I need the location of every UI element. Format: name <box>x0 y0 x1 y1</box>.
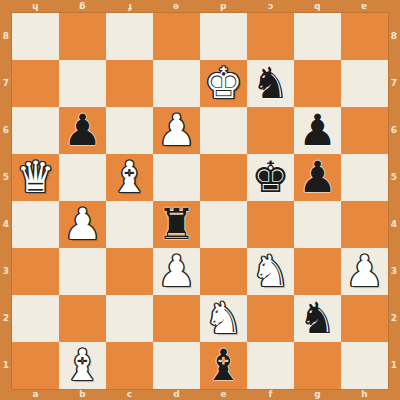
square-e2[interactable]: ♞ <box>200 295 247 342</box>
top-coord-label-c: c <box>247 0 294 13</box>
bottom-coord-label-d: d <box>153 389 200 400</box>
square-d3[interactable]: ♟ <box>153 248 200 295</box>
white-pawn[interactable]: ♟ <box>153 107 200 154</box>
square-b5[interactable] <box>59 154 106 201</box>
bottom-coord-label-g: g <box>294 389 341 400</box>
square-e6[interactable] <box>200 107 247 154</box>
white-knight[interactable]: ♞ <box>247 248 294 295</box>
right-coord-label-5: 5 <box>388 154 400 201</box>
square-d1[interactable] <box>153 342 200 389</box>
square-h4[interactable] <box>341 201 388 248</box>
white-pawn[interactable]: ♟ <box>59 201 106 248</box>
square-g1[interactable] <box>294 342 341 389</box>
square-h2[interactable] <box>341 295 388 342</box>
square-d2[interactable] <box>153 295 200 342</box>
square-h5[interactable] <box>341 154 388 201</box>
square-f4[interactable] <box>247 201 294 248</box>
square-g3[interactable] <box>294 248 341 295</box>
square-c8[interactable] <box>106 13 153 60</box>
right-coord-label-1: 1 <box>388 342 400 389</box>
square-b3[interactable] <box>59 248 106 295</box>
square-e4[interactable] <box>200 201 247 248</box>
square-h6[interactable] <box>341 107 388 154</box>
bottom-coord-label-c: c <box>106 389 153 400</box>
left-coord-label-8: 8 <box>0 13 12 60</box>
white-king[interactable]: ♚ <box>200 60 247 107</box>
square-f5[interactable]: ♚ <box>247 154 294 201</box>
black-rook[interactable]: ♜ <box>153 201 200 248</box>
chess-board-frame: ♚♞♟♟♟♛♝♚♟♟♜♟♞♟♞♞♝♝ hgfedcbaabcdefgh87654… <box>0 0 400 400</box>
white-queen[interactable]: ♛ <box>12 154 59 201</box>
square-b6[interactable]: ♟ <box>59 107 106 154</box>
black-pawn[interactable]: ♟ <box>59 107 106 154</box>
square-c1[interactable] <box>106 342 153 389</box>
square-b1[interactable]: ♝ <box>59 342 106 389</box>
square-g5[interactable]: ♟ <box>294 154 341 201</box>
black-pawn[interactable]: ♟ <box>294 154 341 201</box>
square-f8[interactable] <box>247 13 294 60</box>
square-d4[interactable]: ♜ <box>153 201 200 248</box>
top-coord-label-f: f <box>106 0 153 13</box>
top-coord-label-e: e <box>153 0 200 13</box>
square-a2[interactable] <box>12 295 59 342</box>
left-coord-label-7: 7 <box>0 60 12 107</box>
right-coord-label-3: 3 <box>388 248 400 295</box>
top-coord-label-h: h <box>12 0 59 13</box>
left-coord-label-4: 4 <box>0 201 12 248</box>
black-king[interactable]: ♚ <box>247 154 294 201</box>
left-coord-label-5: 5 <box>0 154 12 201</box>
white-pawn[interactable]: ♟ <box>153 248 200 295</box>
square-e8[interactable] <box>200 13 247 60</box>
white-bishop[interactable]: ♝ <box>59 342 106 389</box>
black-knight[interactable]: ♞ <box>294 295 341 342</box>
right-coord-label-4: 4 <box>388 201 400 248</box>
right-coord-label-2: 2 <box>388 295 400 342</box>
square-f1[interactable] <box>247 342 294 389</box>
right-coord-label-8: 8 <box>388 13 400 60</box>
square-a6[interactable] <box>12 107 59 154</box>
square-a7[interactable] <box>12 60 59 107</box>
bottom-coord-label-f: f <box>247 389 294 400</box>
square-a1[interactable] <box>12 342 59 389</box>
black-knight[interactable]: ♞ <box>247 60 294 107</box>
bottom-coord-label-a: a <box>12 389 59 400</box>
left-coord-label-1: 1 <box>0 342 12 389</box>
black-bishop[interactable]: ♝ <box>200 342 247 389</box>
square-f6[interactable] <box>247 107 294 154</box>
square-e1[interactable]: ♝ <box>200 342 247 389</box>
bottom-coord-label-e: e <box>200 389 247 400</box>
square-h8[interactable] <box>341 13 388 60</box>
square-c4[interactable] <box>106 201 153 248</box>
square-f3[interactable]: ♞ <box>247 248 294 295</box>
square-d6[interactable]: ♟ <box>153 107 200 154</box>
square-e7[interactable]: ♚ <box>200 60 247 107</box>
square-f2[interactable] <box>247 295 294 342</box>
square-h1[interactable] <box>341 342 388 389</box>
left-coord-label-2: 2 <box>0 295 12 342</box>
white-pawn[interactable]: ♟ <box>341 248 388 295</box>
square-e5[interactable] <box>200 154 247 201</box>
square-a4[interactable] <box>12 201 59 248</box>
square-h3[interactable]: ♟ <box>341 248 388 295</box>
square-g6[interactable]: ♟ <box>294 107 341 154</box>
left-coord-label-6: 6 <box>0 107 12 154</box>
bottom-coord-label-b: b <box>59 389 106 400</box>
square-c5[interactable]: ♝ <box>106 154 153 201</box>
right-coord-label-6: 6 <box>388 107 400 154</box>
square-a5[interactable]: ♛ <box>12 154 59 201</box>
square-d5[interactable] <box>153 154 200 201</box>
square-b8[interactable] <box>59 13 106 60</box>
chess-board: ♚♞♟♟♟♛♝♚♟♟♜♟♞♟♞♞♝♝ <box>12 13 388 389</box>
black-pawn[interactable]: ♟ <box>294 107 341 154</box>
square-c6[interactable] <box>106 107 153 154</box>
right-coord-label-7: 7 <box>388 60 400 107</box>
square-c3[interactable] <box>106 248 153 295</box>
square-f7[interactable]: ♞ <box>247 60 294 107</box>
square-g8[interactable] <box>294 13 341 60</box>
left-coord-label-3: 3 <box>0 248 12 295</box>
square-h7[interactable] <box>341 60 388 107</box>
white-bishop[interactable]: ♝ <box>106 154 153 201</box>
square-c2[interactable] <box>106 295 153 342</box>
square-a8[interactable] <box>12 13 59 60</box>
square-d8[interactable] <box>153 13 200 60</box>
top-coord-label-a: a <box>341 0 388 13</box>
square-g4[interactable] <box>294 201 341 248</box>
square-e3[interactable] <box>200 248 247 295</box>
square-b7[interactable] <box>59 60 106 107</box>
square-b4[interactable]: ♟ <box>59 201 106 248</box>
square-d7[interactable] <box>153 60 200 107</box>
square-g7[interactable] <box>294 60 341 107</box>
square-g2[interactable]: ♞ <box>294 295 341 342</box>
square-c7[interactable] <box>106 60 153 107</box>
square-a3[interactable] <box>12 248 59 295</box>
white-knight[interactable]: ♞ <box>200 295 247 342</box>
top-coord-label-d: d <box>200 0 247 13</box>
square-b2[interactable] <box>59 295 106 342</box>
top-coord-label-b: b <box>294 0 341 13</box>
bottom-coord-label-h: h <box>341 389 388 400</box>
top-coord-label-g: g <box>59 0 106 13</box>
